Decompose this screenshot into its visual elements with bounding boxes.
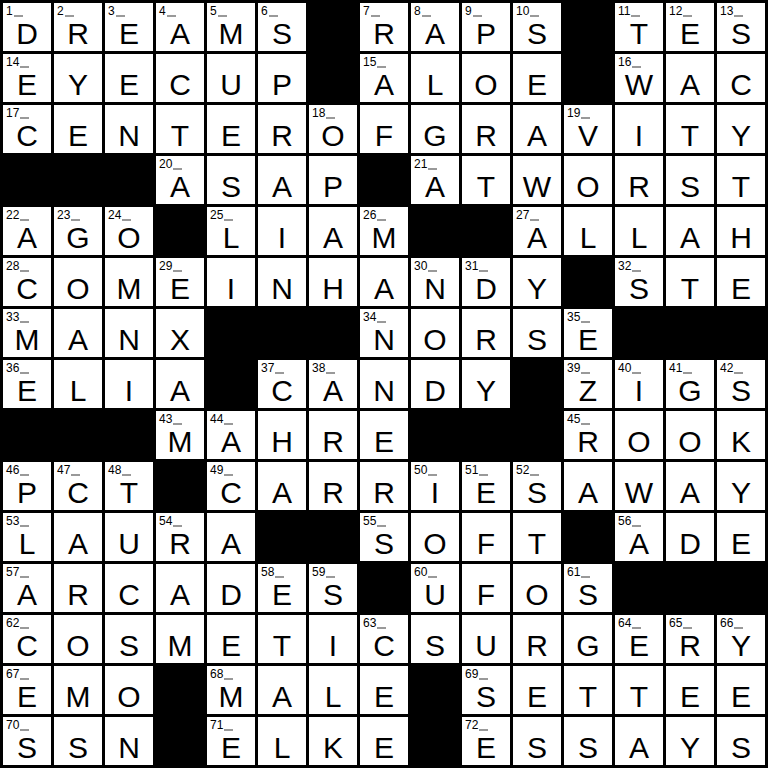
cell-r6c6[interactable]: N	[258, 258, 306, 306]
cell-letter: S	[411, 631, 459, 661]
cell-letter: P	[3, 478, 51, 508]
cell-r12c2[interactable]: R	[54, 564, 102, 612]
cell-r10c8[interactable]: R	[360, 462, 408, 510]
block-cell-r1c7	[309, 3, 357, 51]
cell-letter: E	[360, 682, 408, 712]
cell-r13c3[interactable]: S	[105, 615, 153, 663]
cell-letter: G	[54, 223, 102, 253]
block-cell-r10c4	[156, 462, 204, 510]
block-cell-r12c8	[360, 564, 408, 612]
cell-r10c3[interactable]: 48T	[105, 462, 153, 510]
cell-r2c9[interactable]: L	[411, 54, 459, 102]
cell-r3c8[interactable]: F	[360, 105, 408, 153]
clue-number: 10	[516, 5, 539, 18]
block-cell-r15c4	[156, 717, 204, 765]
cell-r10c9[interactable]: 50I	[411, 462, 459, 510]
cell-letter: A	[615, 529, 663, 559]
clue-number: 14	[6, 56, 29, 69]
cell-letter: M	[207, 19, 255, 49]
cell-r4c14[interactable]: S	[666, 156, 714, 204]
cell-r7c2[interactable]: A	[54, 309, 102, 357]
clue-number: 16	[618, 56, 641, 69]
cell-r1c11[interactable]: 10S	[513, 3, 561, 51]
block-cell-r4c3	[105, 156, 153, 204]
cell-letter: S	[360, 529, 408, 559]
cell-r13c12[interactable]: G	[564, 615, 612, 663]
cell-r8c7[interactable]: 38A	[309, 360, 357, 408]
cell-letter: G	[564, 631, 612, 661]
cell-letter: T	[564, 682, 612, 712]
cell-letter: Y	[462, 376, 510, 406]
cell-r8c13[interactable]: 40I	[615, 360, 663, 408]
cell-r4c6[interactable]: A	[258, 156, 306, 204]
cell-r15c2[interactable]: S	[54, 717, 102, 765]
cell-r1c15[interactable]: 13S	[717, 3, 765, 51]
cell-r15c8[interactable]: E	[360, 717, 408, 765]
cell-r1c4[interactable]: 4A	[156, 3, 204, 51]
cell-r2c6[interactable]: P	[258, 54, 306, 102]
cell-letter: M	[105, 274, 153, 304]
block-cell-r9c2	[54, 411, 102, 459]
cell-r10c15[interactable]: Y	[717, 462, 765, 510]
block-cell-r14c4	[156, 666, 204, 714]
cell-r2c14[interactable]: A	[666, 54, 714, 102]
cell-r12c5[interactable]: D	[207, 564, 255, 612]
cell-r15c1[interactable]: 70S	[3, 717, 51, 765]
cell-r3c14[interactable]: T	[666, 105, 714, 153]
cell-r10c14[interactable]: A	[666, 462, 714, 510]
cell-r5c7[interactable]: A	[309, 207, 357, 255]
cell-letter: M	[156, 427, 204, 457]
cell-r8c6[interactable]: 37C	[258, 360, 306, 408]
cell-letter: R	[54, 580, 102, 610]
cell-r2c3[interactable]: E	[105, 54, 153, 102]
cell-r3c2[interactable]: E	[54, 105, 102, 153]
cell-letter: G	[666, 376, 714, 406]
cell-r1c10[interactable]: 9P	[462, 3, 510, 51]
cell-letter: T	[615, 682, 663, 712]
cell-r10c1[interactable]: 46P	[3, 462, 51, 510]
cell-r14c8[interactable]: E	[360, 666, 408, 714]
cell-r3c12[interactable]: 19V	[564, 105, 612, 153]
cell-letter: Y	[717, 631, 765, 661]
cell-r12c4[interactable]: A	[156, 564, 204, 612]
cell-r11c14[interactable]: D	[666, 513, 714, 561]
cell-r2c13[interactable]: 16W	[615, 54, 663, 102]
block-cell-r8c5	[207, 360, 255, 408]
clue-number: 68	[210, 668, 233, 681]
cell-r13c11[interactable]: R	[513, 615, 561, 663]
cell-r14c13[interactable]: T	[615, 666, 663, 714]
cell-letter: S	[513, 478, 561, 508]
cell-r2c15[interactable]: C	[717, 54, 765, 102]
cell-r2c8[interactable]: 15A	[360, 54, 408, 102]
cell-letter: Y	[666, 733, 714, 763]
cell-r6c11[interactable]: Y	[513, 258, 561, 306]
cell-r11c3[interactable]: U	[105, 513, 153, 561]
cell-r4c9[interactable]: 21A	[411, 156, 459, 204]
cell-r15c15[interactable]: S	[717, 717, 765, 765]
cell-r13c2[interactable]: O	[54, 615, 102, 663]
cell-r8c8[interactable]: N	[360, 360, 408, 408]
cell-letter: T	[462, 172, 510, 202]
crossword-grid: 1D2R3E4A5M6S7R8A9P10S11T12E13S14EYECUP15…	[0, 0, 768, 768]
cell-r12c6[interactable]: 58E	[258, 564, 306, 612]
cell-r7c12[interactable]: 35E	[564, 309, 612, 357]
cell-r5c5[interactable]: 25L	[207, 207, 255, 255]
cell-r6c7[interactable]: H	[309, 258, 357, 306]
clue-number: 58	[261, 566, 284, 579]
cell-r10c5[interactable]: 49C	[207, 462, 255, 510]
cell-r10c2[interactable]: 47C	[54, 462, 102, 510]
cell-r2c4[interactable]: C	[156, 54, 204, 102]
cell-r9c14[interactable]: O	[666, 411, 714, 459]
cell-letter: L	[309, 682, 357, 712]
block-cell-r7c5	[207, 309, 255, 357]
cell-letter: L	[258, 733, 306, 763]
cell-r15c6[interactable]: L	[258, 717, 306, 765]
clue-number: 46	[6, 464, 29, 477]
cell-r3c15[interactable]: Y	[717, 105, 765, 153]
cell-r5c15[interactable]: H	[717, 207, 765, 255]
cell-r5c1[interactable]: 22A	[3, 207, 51, 255]
cell-r11c4[interactable]: 54R	[156, 513, 204, 561]
cell-r7c1[interactable]: 33M	[3, 309, 51, 357]
clue-number: 32	[618, 260, 641, 273]
clue-number: 57	[6, 566, 29, 579]
cell-r11c5[interactable]: A	[207, 513, 255, 561]
cell-r13c5[interactable]: E	[207, 615, 255, 663]
cell-r12c12[interactable]: 61S	[564, 564, 612, 612]
cell-r14c6[interactable]: A	[258, 666, 306, 714]
block-cell-r14c9	[411, 666, 459, 714]
cell-letter: O	[105, 682, 153, 712]
cell-r14c1[interactable]: 67E	[3, 666, 51, 714]
cell-r3c13[interactable]: I	[615, 105, 663, 153]
cell-r7c3[interactable]: N	[105, 309, 153, 357]
cell-letter: O	[615, 427, 663, 457]
cell-letter: S	[717, 733, 765, 763]
cell-r8c15[interactable]: 42S	[717, 360, 765, 408]
cell-r12c7[interactable]: 59S	[309, 564, 357, 612]
clue-number: 72	[465, 719, 488, 732]
cell-r4c10[interactable]: T	[462, 156, 510, 204]
cell-r1c2[interactable]: 2R	[54, 3, 102, 51]
cell-letter: A	[258, 478, 306, 508]
cell-r5c6[interactable]: I	[258, 207, 306, 255]
cell-letter: S	[54, 733, 102, 763]
cell-r6c5[interactable]: I	[207, 258, 255, 306]
cell-letter: X	[156, 325, 204, 355]
clue-number: 38	[312, 362, 335, 375]
clue-number: 65	[669, 617, 692, 630]
cell-r11c10[interactable]: F	[462, 513, 510, 561]
cell-r1c14[interactable]: 12E	[666, 3, 714, 51]
cell-r10c11[interactable]: 52S	[513, 462, 561, 510]
cell-r11c1[interactable]: 53L	[3, 513, 51, 561]
cell-letter: C	[156, 70, 204, 100]
cell-letter: O	[411, 529, 459, 559]
cell-r15c14[interactable]: Y	[666, 717, 714, 765]
cell-r5c12[interactable]: L	[564, 207, 612, 255]
cell-letter: A	[513, 121, 561, 151]
cell-r9c13[interactable]: O	[615, 411, 663, 459]
clue-number: 21	[414, 158, 437, 171]
cell-letter: I	[309, 631, 357, 661]
cell-letter: T	[105, 478, 153, 508]
cell-r3c10[interactable]: R	[462, 105, 510, 153]
cell-letter: I	[615, 121, 663, 151]
cell-r10c13[interactable]: W	[615, 462, 663, 510]
block-cell-r5c4	[156, 207, 204, 255]
cell-r3c9[interactable]: G	[411, 105, 459, 153]
cell-letter: O	[54, 274, 102, 304]
cell-r8c14[interactable]: 41G	[666, 360, 714, 408]
cell-r11c9[interactable]: O	[411, 513, 459, 561]
cell-r12c10[interactable]: F	[462, 564, 510, 612]
cell-r14c7[interactable]: L	[309, 666, 357, 714]
cell-r1c6[interactable]: 6S	[258, 3, 306, 51]
cell-r7c10[interactable]: R	[462, 309, 510, 357]
block-cell-r2c7	[309, 54, 357, 102]
cell-r13c1[interactable]: 62C	[3, 615, 51, 663]
cell-r13c10[interactable]: U	[462, 615, 510, 663]
cell-r4c4[interactable]: 20A	[156, 156, 204, 204]
cell-letter: Y	[513, 274, 561, 304]
cell-letter: E	[207, 733, 255, 763]
cell-r6c2[interactable]: O	[54, 258, 102, 306]
clue-number: 7	[363, 5, 380, 18]
cell-r12c1[interactable]: 57A	[3, 564, 51, 612]
cell-r15c11[interactable]: S	[513, 717, 561, 765]
cell-r9c15[interactable]: K	[717, 411, 765, 459]
cell-r7c9[interactable]: O	[411, 309, 459, 357]
cell-r4c5[interactable]: S	[207, 156, 255, 204]
cell-letter: V	[564, 121, 612, 151]
cell-r13c8[interactable]: 63C	[360, 615, 408, 663]
cell-r13c7[interactable]: I	[309, 615, 357, 663]
cell-letter: M	[156, 631, 204, 661]
cell-r15c5[interactable]: 71E	[207, 717, 255, 765]
cell-r13c6[interactable]: T	[258, 615, 306, 663]
cell-letter: S	[3, 733, 51, 763]
cell-letter: A	[309, 223, 357, 253]
clue-number: 26	[363, 209, 386, 222]
cell-r6c4[interactable]: 29E	[156, 258, 204, 306]
cell-r14c3[interactable]: O	[105, 666, 153, 714]
cell-letter: A	[3, 223, 51, 253]
cell-letter: P	[309, 172, 357, 202]
cell-letter: C	[3, 631, 51, 661]
cell-letter: E	[3, 682, 51, 712]
cell-r3c5[interactable]: E	[207, 105, 255, 153]
block-cell-r6c12	[564, 258, 612, 306]
cell-letter: U	[207, 70, 255, 100]
cell-r11c15[interactable]: E	[717, 513, 765, 561]
cell-r10c7[interactable]: R	[309, 462, 357, 510]
cell-r8c4[interactable]: A	[156, 360, 204, 408]
cell-r4c13[interactable]: R	[615, 156, 663, 204]
cell-r3c1[interactable]: 17C	[3, 105, 51, 153]
cell-letter: I	[207, 274, 255, 304]
cell-r5c2[interactable]: 23G	[54, 207, 102, 255]
cell-r8c1[interactable]: 36E	[3, 360, 51, 408]
cell-r5c11[interactable]: 27A	[513, 207, 561, 255]
cell-r1c8[interactable]: 7R	[360, 3, 408, 51]
clue-number: 20	[159, 158, 182, 171]
cell-letter: C	[54, 478, 102, 508]
cell-r14c14[interactable]: E	[666, 666, 714, 714]
cell-letter: C	[207, 478, 255, 508]
cell-letter: D	[3, 19, 51, 49]
cell-r4c11[interactable]: W	[513, 156, 561, 204]
cell-r8c10[interactable]: Y	[462, 360, 510, 408]
cell-r13c14[interactable]: 65R	[666, 615, 714, 663]
cell-r9c7[interactable]: R	[309, 411, 357, 459]
cell-r2c2[interactable]: Y	[54, 54, 102, 102]
cell-r15c10[interactable]: 72E	[462, 717, 510, 765]
cell-r10c6[interactable]: A	[258, 462, 306, 510]
cell-r1c9[interactable]: 8A	[411, 3, 459, 51]
cell-letter: O	[309, 121, 357, 151]
clue-number: 59	[312, 566, 335, 579]
cell-letter: D	[666, 529, 714, 559]
cell-letter: M	[54, 682, 102, 712]
cell-letter: L	[54, 376, 102, 406]
cell-letter: D	[462, 274, 510, 304]
cell-letter: O	[54, 631, 102, 661]
cell-r1c5[interactable]: 5M	[207, 3, 255, 51]
cell-letter: N	[411, 274, 459, 304]
cell-r15c3[interactable]: N	[105, 717, 153, 765]
cell-r5c8[interactable]: 26M	[360, 207, 408, 255]
cell-r9c4[interactable]: 43M	[156, 411, 204, 459]
cell-r6c13[interactable]: 32S	[615, 258, 663, 306]
cell-r8c2[interactable]: L	[54, 360, 102, 408]
clue-number: 43	[159, 413, 182, 426]
cell-r8c12[interactable]: 39Z	[564, 360, 612, 408]
cell-r2c10[interactable]: O	[462, 54, 510, 102]
cell-r3c7[interactable]: 18O	[309, 105, 357, 153]
cell-r6c10[interactable]: 31D	[462, 258, 510, 306]
cell-letter: N	[360, 325, 408, 355]
cell-r14c5[interactable]: 68M	[207, 666, 255, 714]
cell-r6c3[interactable]: M	[105, 258, 153, 306]
cell-r12c11[interactable]: O	[513, 564, 561, 612]
cell-r15c7[interactable]: K	[309, 717, 357, 765]
cell-r6c8[interactable]: A	[360, 258, 408, 306]
cell-letter: R	[360, 478, 408, 508]
cell-r1c3[interactable]: 3E	[105, 3, 153, 51]
cell-r3c3[interactable]: N	[105, 105, 153, 153]
cell-r10c10[interactable]: 51E	[462, 462, 510, 510]
cell-r10c12[interactable]: A	[564, 462, 612, 510]
cell-r4c15[interactable]: T	[717, 156, 765, 204]
clue-number: 37	[261, 362, 284, 375]
clue-number: 54	[159, 515, 182, 528]
cell-r6c15[interactable]: E	[717, 258, 765, 306]
cell-letter: S	[717, 376, 765, 406]
cell-r7c4[interactable]: X	[156, 309, 204, 357]
cell-letter: A	[666, 478, 714, 508]
cell-r6c14[interactable]: T	[666, 258, 714, 306]
cell-letter: Z	[564, 376, 612, 406]
cell-letter: U	[105, 529, 153, 559]
cell-r4c12[interactable]: O	[564, 156, 612, 204]
cell-r9c8[interactable]: E	[360, 411, 408, 459]
cell-r5c14[interactable]: A	[666, 207, 714, 255]
cell-r13c13[interactable]: 64E	[615, 615, 663, 663]
cell-r6c1[interactable]: 28C	[3, 258, 51, 306]
cell-r14c2[interactable]: M	[54, 666, 102, 714]
cell-letter: O	[411, 325, 459, 355]
cell-r14c15[interactable]: E	[717, 666, 765, 714]
cell-r2c1[interactable]: 14E	[3, 54, 51, 102]
cell-r9c12[interactable]: 45R	[564, 411, 612, 459]
cell-letter: S	[258, 19, 306, 49]
block-cell-r9c3	[105, 411, 153, 459]
cell-letter: R	[462, 325, 510, 355]
cell-letter: D	[207, 580, 255, 610]
cell-r15c13[interactable]: A	[615, 717, 663, 765]
cell-r5c13[interactable]: L	[615, 207, 663, 255]
clue-number: 18	[312, 107, 335, 120]
cell-r7c8[interactable]: 34N	[360, 309, 408, 357]
clue-number: 55	[363, 515, 386, 528]
cell-r8c3[interactable]: I	[105, 360, 153, 408]
cell-r3c11[interactable]: A	[513, 105, 561, 153]
cell-r9c5[interactable]: 44A	[207, 411, 255, 459]
cell-r2c11[interactable]: E	[513, 54, 561, 102]
cell-letter: E	[258, 580, 306, 610]
cell-r11c2[interactable]: A	[54, 513, 102, 561]
cell-r1c1[interactable]: 1D	[3, 3, 51, 51]
cell-r14c10[interactable]: 69S	[462, 666, 510, 714]
cell-letter: A	[258, 682, 306, 712]
cell-r13c9[interactable]: S	[411, 615, 459, 663]
cell-r14c11[interactable]: E	[513, 666, 561, 714]
cell-r12c9[interactable]: 60U	[411, 564, 459, 612]
cell-letter: A	[309, 376, 357, 406]
cell-r4c7[interactable]: P	[309, 156, 357, 204]
cell-r12c3[interactable]: C	[105, 564, 153, 612]
cell-r3c6[interactable]: R	[258, 105, 306, 153]
cell-r5c3[interactable]: 24O	[105, 207, 153, 255]
cell-r11c11[interactable]: T	[513, 513, 561, 561]
cell-r1c13[interactable]: 11T	[615, 3, 663, 51]
cell-r3c4[interactable]: T	[156, 105, 204, 153]
clue-number: 56	[618, 515, 641, 528]
cell-r7c11[interactable]: S	[513, 309, 561, 357]
cell-r6c9[interactable]: 30N	[411, 258, 459, 306]
cell-letter: Y	[717, 478, 765, 508]
clue-number: 11	[618, 5, 640, 18]
cell-r11c8[interactable]: 55S	[360, 513, 408, 561]
cell-r8c9[interactable]: D	[411, 360, 459, 408]
block-cell-r7c15	[717, 309, 765, 357]
cell-letter: E	[207, 631, 255, 661]
cell-r15c12[interactable]: S	[564, 717, 612, 765]
cell-r13c4[interactable]: M	[156, 615, 204, 663]
cell-r11c13[interactable]: 56A	[615, 513, 663, 561]
cell-letter: A	[54, 325, 102, 355]
cell-r9c6[interactable]: H	[258, 411, 306, 459]
cell-r2c5[interactable]: U	[207, 54, 255, 102]
cell-letter: R	[666, 631, 714, 661]
cell-letter: A	[207, 427, 255, 457]
cell-r14c12[interactable]: T	[564, 666, 612, 714]
cell-r13c15[interactable]: 66Y	[717, 615, 765, 663]
